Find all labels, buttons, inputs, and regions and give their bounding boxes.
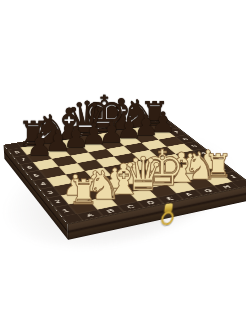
piece-dark-bishop-f8: ♝: [89, 60, 153, 134]
piece-dark-pawn-a7: ♟: [7, 83, 71, 157]
piece-light-pawn-e2: ♟: [121, 109, 185, 183]
piece-light-knight-g1: ♞: [168, 110, 232, 184]
piece-light-pawn-f2: ♟: [140, 105, 204, 179]
pawn-glyph: ♟: [26, 130, 53, 160]
pawn-glyph: ♟: [103, 165, 128, 193]
piece-dark-pawn-b7: ♟: [26, 80, 90, 154]
pawn-glyph: ♟: [141, 158, 165, 185]
pawn-glyph: ♟: [133, 112, 158, 140]
piece-dark-knight-g8: ♞: [106, 57, 170, 131]
pawn-glyph: ♟: [63, 123, 89, 152]
rook-glyph: ♜: [68, 175, 99, 209]
piece-light-pawn-h2: ♟: [176, 98, 240, 172]
pawn-glyph: ♟: [99, 118, 125, 147]
piece-light-knight-b1: ♞: [72, 129, 136, 203]
piece-light-pawn-a2: ♟: [43, 124, 107, 198]
piece-dark-bishop-c8: ♝: [37, 70, 101, 144]
knight-glyph: ♞: [86, 166, 121, 205]
piece-light-bishop-c1: ♝: [92, 125, 156, 199]
piece-dark-pawn-g7: ♟: [114, 64, 178, 138]
piece-dark-knight-b8: ♞: [19, 73, 83, 147]
piece-light-pawn-c2: ♟: [83, 116, 147, 190]
bishop-glyph: ♝: [163, 148, 200, 189]
piece-dark-rook-a8: ♜: [1, 76, 65, 150]
piece-dark-pawn-f7: ♟: [97, 67, 161, 141]
pawn-glyph: ♟: [63, 172, 88, 200]
rook-glyph: ♜: [17, 117, 48, 152]
product-photo: ABCDEFGH8877665544332211ABCDEFGH ♜♞♝♛♚♝♞…: [0, 0, 246, 328]
queen-glyph: ♛: [122, 151, 163, 197]
king-glyph: ♚: [141, 144, 185, 193]
piece-light-king-e1: ♚: [130, 117, 194, 191]
piece-dark-rook-h8: ♜: [123, 55, 187, 129]
piece-light-pawn-g2: ♟: [158, 101, 222, 175]
piece-dark-pawn-c7: ♟: [44, 77, 108, 151]
piece-dark-pawn-h7: ♟: [131, 61, 195, 135]
pieces-layer: ♜♞♝♛♚♝♞♜♟♟♟♟♟♟♟♟♟♟♟♟♟♟♟♟♜♞♝♛♚♝♞♜: [0, 0, 246, 328]
rook-glyph: ♜: [140, 98, 170, 131]
pawn-glyph: ♟: [150, 109, 175, 137]
piece-light-pawn-d2: ♟: [102, 113, 166, 187]
pawn-glyph: ♟: [81, 120, 107, 149]
pawn-glyph: ♟: [178, 151, 202, 178]
piece-dark-pawn-e7: ♟: [80, 70, 144, 144]
pawn-glyph: ♟: [45, 127, 71, 156]
pawn-glyph: ♟: [116, 115, 142, 144]
queen-glyph: ♛: [66, 95, 108, 142]
pawn-glyph: ♟: [83, 168, 108, 196]
piece-light-rook-h1: ♜: [186, 106, 246, 180]
pawn-glyph: ♟: [196, 147, 220, 174]
piece-light-pawn-b2: ♟: [63, 120, 127, 194]
piece-dark-pawn-d7: ♟: [62, 73, 126, 147]
piece-light-bishop-f1: ♝: [149, 113, 213, 187]
piece-light-queen-d1: ♛: [111, 121, 175, 195]
pawn-glyph: ♟: [122, 161, 147, 188]
pawn-glyph: ♟: [160, 154, 184, 181]
piece-light-rook-a1: ♜: [51, 134, 115, 208]
knight-glyph: ♞: [183, 148, 217, 186]
knight-glyph: ♞: [33, 109, 69, 149]
king-glyph: ♚: [82, 89, 127, 139]
piece-dark-king-e8: ♚: [72, 63, 136, 137]
piece-dark-queen-d8: ♛: [55, 66, 119, 140]
knight-glyph: ♞: [121, 95, 156, 134]
bishop-glyph: ♝: [105, 159, 143, 201]
bishop-glyph: ♝: [103, 94, 141, 136]
bishop-glyph: ♝: [50, 103, 89, 146]
rook-glyph: ♜: [204, 150, 233, 182]
